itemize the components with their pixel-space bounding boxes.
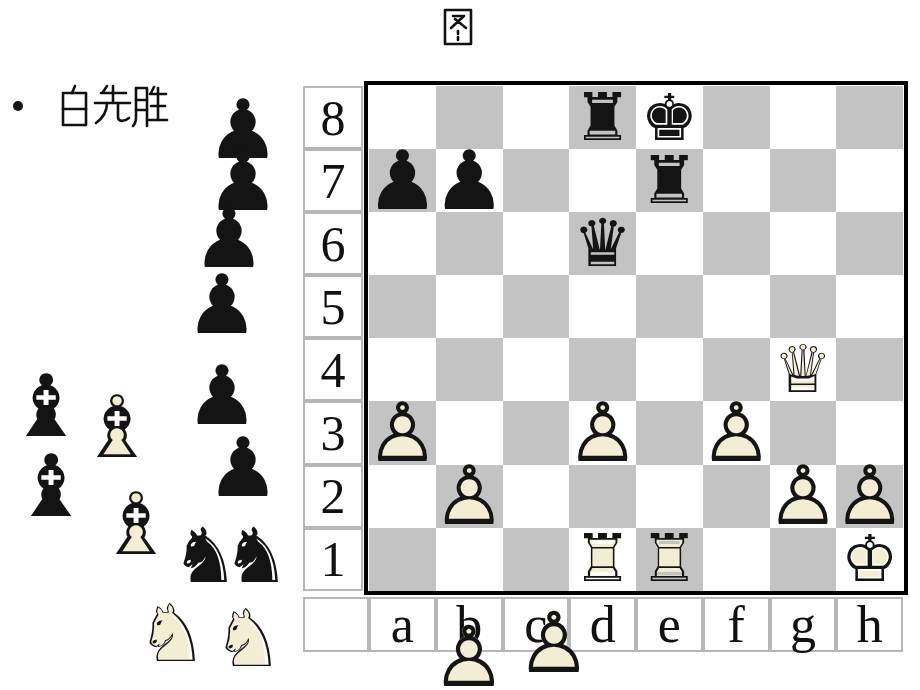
square-h6 [836,212,903,275]
square-g8 [770,86,837,149]
rank-label-1: 1 [303,528,363,591]
white-pawn: ♟♙ [366,392,440,474]
tray-piece-white-pawn: ♟♙ [431,615,506,690]
white-king: ♚♔ [841,527,898,591]
file-labels: abcdefgh [303,597,903,652]
square-h5 [836,275,903,338]
black-queen: ♛ [573,211,632,277]
tray-piece-black-bishop: ♝ [12,443,89,529]
white-bishop: ♝♗ [78,384,155,470]
square-f1 [703,528,770,591]
file-label-e: e [636,597,703,652]
square-g7 [770,149,837,212]
file-label-a: a [369,597,436,652]
figure-title-text: 图 [0,0,1,1]
square-d3: ♟♙ [569,401,636,464]
square-g2: ♟♙ [770,465,837,528]
rank-labels: 87654321 [303,86,363,591]
tray-piece-white-knight: ♞♘ [136,594,208,674]
rank-label-4: 4 [303,338,363,401]
tray-piece-black-knight: ♞ [222,518,290,594]
file-label-f: f [703,597,770,652]
tray-piece-white-knight: ♞♘ [212,599,284,679]
rank-label-5: 5 [303,275,363,338]
square-g4: ♛♕ [770,338,837,401]
square-c6 [503,212,570,275]
file-label-h: h [836,597,903,652]
tray-piece-black-pawn: ♟ [206,427,280,509]
bullet-icon [13,101,23,111]
square-c8 [503,86,570,149]
rank-label-8: 8 [303,86,363,149]
white-pawn: ♟♙ [766,455,840,537]
square-e1: ♜♖ [636,528,703,591]
square-c7 [503,149,570,212]
square-d8: ♜ [569,86,636,149]
square-a1 [369,528,436,591]
white-queen: ♛♕ [773,337,832,403]
chess-board: ♜♚♟♟♜♛♛♕♟♙♟♙♟♙♟♙♟♙♟♙♜♖♜♖♚♔ [369,86,903,591]
tray-piece-white-bishop: ♝♗ [97,481,174,567]
square-d5 [569,275,636,338]
square-g6 [770,212,837,275]
square-f8 [703,86,770,149]
square-e6 [636,212,703,275]
tray-piece-black-pawn: ♟ [185,264,259,346]
rank-label-6: 6 [303,212,363,275]
black-rook: ♜ [573,85,632,151]
square-f6 [703,212,770,275]
square-c3 [503,401,570,464]
rank-label-2: 2 [303,465,363,528]
black-king: ♚ [641,86,698,150]
white-pawn: ♟♙ [566,392,640,474]
square-a7: ♟ [369,149,436,212]
black-bishop: ♝ [12,443,89,529]
black-pawn: ♟ [206,427,280,509]
square-h4 [836,338,903,401]
square-e5 [636,275,703,338]
square-e2 [636,465,703,528]
white-rook: ♜♖ [640,526,699,592]
square-c1 [503,528,570,591]
square-d1: ♜♖ [569,528,636,591]
black-pawn: ♟ [432,140,506,222]
square-c2 [503,465,570,528]
square-b5 [436,275,503,338]
figure-title-glyph [441,6,475,48]
black-rook: ♜ [640,148,699,214]
square-c5 [503,275,570,338]
black-knight: ♞ [222,518,290,594]
file-label-g: g [770,597,837,652]
white-pawn: ♟♙ [699,392,773,474]
square-e3 [636,401,703,464]
black-pawn: ♟ [366,140,440,222]
square-a3: ♟♙ [369,401,436,464]
white-knight: ♞♘ [212,599,284,679]
tray-piece-white-bishop: ♝♗ [78,384,155,470]
puzzle-annotation-glyphs [55,83,169,129]
square-e8: ♚ [636,86,703,149]
white-pawn: ♟♙ [432,455,506,537]
square-f5 [703,275,770,338]
rank-label-7: 7 [303,149,363,212]
square-f7 [703,149,770,212]
square-f3: ♟♙ [703,401,770,464]
square-e4 [636,338,703,401]
square-b2: ♟♙ [436,465,503,528]
black-pawn: ♟ [185,264,259,346]
square-d7 [569,149,636,212]
square-c4 [503,338,570,401]
white-knight: ♞♘ [136,594,208,674]
square-h2: ♟♙ [836,465,903,528]
white-pawn: ♟♙ [516,601,591,685]
puzzle-annotation-text: 白先胜 [0,0,1,1]
corner-cell [303,597,369,652]
square-g5 [770,275,837,338]
square-h1: ♚♔ [836,528,903,591]
square-a5 [369,275,436,338]
white-rook: ♜♖ [573,526,632,592]
tray-piece-white-pawn: ♟♙ [516,601,591,685]
square-b7: ♟ [436,149,503,212]
square-h7 [836,149,903,212]
square-b4 [436,338,503,401]
square-e7: ♜ [636,149,703,212]
rank-label-3: 3 [303,401,363,464]
white-bishop: ♝♗ [97,481,174,567]
slide: 图 白先胜 [0,0,920,690]
square-d6: ♛ [569,212,636,275]
square-h8 [836,86,903,149]
white-pawn: ♟♙ [431,615,506,690]
